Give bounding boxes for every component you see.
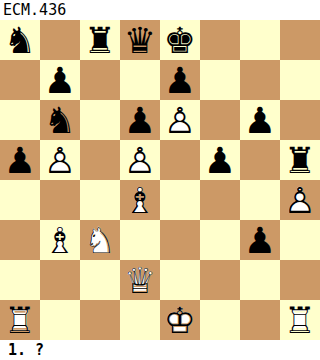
white-knight: ♘ <box>80 220 120 260</box>
chess-board: ♞♜♛♚♟♟♞♟♟♙♟♟♟♙♟♙♟♜♝♗♟♙♝♗♞♘♟♛♕♜♖♚♔♜♖ <box>0 20 320 340</box>
square-d4[interactable]: ♝♗ <box>120 180 160 220</box>
square-g4[interactable] <box>240 180 280 220</box>
black-pawn: ♟ <box>200 140 240 180</box>
square-e5[interactable] <box>160 140 200 180</box>
square-b8[interactable] <box>40 20 80 60</box>
square-h7[interactable] <box>280 60 320 100</box>
square-a4[interactable] <box>0 180 40 220</box>
square-c5[interactable] <box>80 140 120 180</box>
square-a5[interactable]: ♟ <box>0 140 40 180</box>
square-e4[interactable] <box>160 180 200 220</box>
black-pawn: ♟ <box>240 220 280 260</box>
white-pawn: ♙ <box>120 140 160 180</box>
square-c4[interactable] <box>80 180 120 220</box>
black-pawn: ♟ <box>0 140 40 180</box>
white-queen-fill: ♛ <box>120 260 160 300</box>
square-g3[interactable]: ♟ <box>240 220 280 260</box>
square-c2[interactable] <box>80 260 120 300</box>
square-f2[interactable] <box>200 260 240 300</box>
square-f5[interactable]: ♟ <box>200 140 240 180</box>
black-pawn: ♟ <box>240 100 280 140</box>
white-rook: ♖ <box>280 300 320 340</box>
white-pawn-fill: ♟ <box>160 100 200 140</box>
white-knight-fill: ♞ <box>80 220 120 260</box>
square-e3[interactable] <box>160 220 200 260</box>
square-e6[interactable]: ♟♙ <box>160 100 200 140</box>
square-a6[interactable] <box>0 100 40 140</box>
white-bishop-fill: ♝ <box>40 220 80 260</box>
square-g6[interactable]: ♟ <box>240 100 280 140</box>
square-c8[interactable]: ♜ <box>80 20 120 60</box>
square-g7[interactable] <box>240 60 280 100</box>
square-b5[interactable]: ♟♙ <box>40 140 80 180</box>
square-f3[interactable] <box>200 220 240 260</box>
square-c1[interactable] <box>80 300 120 340</box>
white-rook-fill: ♜ <box>280 300 320 340</box>
square-e2[interactable] <box>160 260 200 300</box>
black-queen: ♛ <box>120 20 160 60</box>
square-h3[interactable] <box>280 220 320 260</box>
square-g8[interactable] <box>240 20 280 60</box>
square-a7[interactable] <box>0 60 40 100</box>
square-b7[interactable]: ♟ <box>40 60 80 100</box>
square-h2[interactable] <box>280 260 320 300</box>
white-pawn: ♙ <box>160 100 200 140</box>
square-d8[interactable]: ♛ <box>120 20 160 60</box>
square-b4[interactable] <box>40 180 80 220</box>
square-f8[interactable] <box>200 20 240 60</box>
square-b1[interactable] <box>40 300 80 340</box>
square-h5[interactable]: ♜ <box>280 140 320 180</box>
black-knight: ♞ <box>0 20 40 60</box>
square-f4[interactable] <box>200 180 240 220</box>
square-c7[interactable] <box>80 60 120 100</box>
square-b3[interactable]: ♝♗ <box>40 220 80 260</box>
square-a3[interactable] <box>0 220 40 260</box>
square-h1[interactable]: ♜♖ <box>280 300 320 340</box>
black-pawn: ♟ <box>160 60 200 100</box>
square-h6[interactable] <box>280 100 320 140</box>
square-d1[interactable] <box>120 300 160 340</box>
white-bishop: ♗ <box>120 180 160 220</box>
square-f6[interactable] <box>200 100 240 140</box>
square-g5[interactable] <box>240 140 280 180</box>
white-pawn: ♙ <box>40 140 80 180</box>
square-e8[interactable]: ♚ <box>160 20 200 60</box>
white-pawn-fill: ♟ <box>120 140 160 180</box>
square-b2[interactable] <box>40 260 80 300</box>
square-d5[interactable]: ♟♙ <box>120 140 160 180</box>
white-queen: ♕ <box>120 260 160 300</box>
white-pawn-fill: ♟ <box>40 140 80 180</box>
white-king: ♔ <box>160 300 200 340</box>
square-h8[interactable] <box>280 20 320 60</box>
square-a1[interactable]: ♜♖ <box>0 300 40 340</box>
black-pawn: ♟ <box>120 100 160 140</box>
square-d7[interactable] <box>120 60 160 100</box>
square-f7[interactable] <box>200 60 240 100</box>
white-bishop: ♗ <box>40 220 80 260</box>
black-knight: ♞ <box>40 100 80 140</box>
diagram-title: ECM.436 <box>0 0 320 20</box>
move-prompt: 1. ? <box>0 340 320 360</box>
black-king: ♚ <box>160 20 200 60</box>
square-d2[interactable]: ♛♕ <box>120 260 160 300</box>
square-g1[interactable] <box>240 300 280 340</box>
white-king-fill: ♚ <box>160 300 200 340</box>
square-c3[interactable]: ♞♘ <box>80 220 120 260</box>
white-rook: ♖ <box>0 300 40 340</box>
square-e7[interactable]: ♟ <box>160 60 200 100</box>
square-a2[interactable] <box>0 260 40 300</box>
black-pawn: ♟ <box>40 60 80 100</box>
white-pawn: ♙ <box>280 180 320 220</box>
square-c6[interactable] <box>80 100 120 140</box>
square-a8[interactable]: ♞ <box>0 20 40 60</box>
square-d6[interactable]: ♟ <box>120 100 160 140</box>
black-rook: ♜ <box>280 140 320 180</box>
black-rook: ♜ <box>80 20 120 60</box>
white-pawn-fill: ♟ <box>280 180 320 220</box>
square-f1[interactable] <box>200 300 240 340</box>
white-bishop-fill: ♝ <box>120 180 160 220</box>
square-g2[interactable] <box>240 260 280 300</box>
square-d3[interactable] <box>120 220 160 260</box>
square-h4[interactable]: ♟♙ <box>280 180 320 220</box>
square-b6[interactable]: ♞ <box>40 100 80 140</box>
white-rook-fill: ♜ <box>0 300 40 340</box>
square-e1[interactable]: ♚♔ <box>160 300 200 340</box>
